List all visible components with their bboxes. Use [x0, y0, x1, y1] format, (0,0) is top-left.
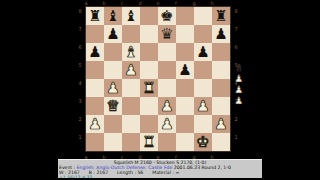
white-pawn-h2: ♟ — [212, 115, 230, 133]
square-c1 — [122, 133, 140, 151]
file-label-top-c: c — [118, 0, 126, 6]
square-c3 — [122, 97, 140, 115]
black-pawn-a6: ♟ — [86, 43, 104, 61]
square-a4 — [86, 79, 104, 97]
rank-label-right-2: 2 — [232, 116, 240, 122]
square-b6 — [104, 43, 122, 61]
captured-white-pawn: ♟ — [233, 84, 245, 95]
eval-link[interactable]: +1.56/12 4:23 — [58, 176, 262, 178]
square-c4 — [122, 79, 140, 97]
rank-label-right-6: 6 — [232, 44, 240, 50]
white-pawn-e3: ♟ — [158, 97, 176, 115]
white-queen-b3: ♛ — [104, 97, 122, 115]
rank-label-left-7: 7 — [76, 26, 84, 32]
rank-label-left-4: 4 — [76, 80, 84, 86]
square-d5 — [140, 61, 158, 79]
square-h7: ♟ — [212, 25, 230, 43]
square-d8 — [140, 7, 158, 25]
rank-label-left-6: 6 — [76, 44, 84, 50]
rank-label-left-3: 3 — [76, 98, 84, 104]
square-a6: ♟ — [86, 43, 104, 61]
square-g7 — [194, 25, 212, 43]
square-h4 — [212, 79, 230, 97]
black-bishop-c8: ♝ — [122, 7, 140, 25]
stat-material: Material : = — [152, 171, 179, 176]
black-rook-h8: ♜ — [212, 7, 230, 25]
square-b8: ♝ — [104, 7, 122, 25]
captured-pieces-tray: ♝♟♟♟ — [233, 62, 245, 106]
square-b1 — [104, 133, 122, 151]
rank-label-right-7: 7 — [232, 26, 240, 32]
left-black-bar — [0, 0, 58, 180]
square-a5 — [86, 61, 104, 79]
square-d1: ♜ — [140, 133, 158, 151]
square-h2: ♟ — [212, 115, 230, 133]
square-e6 — [158, 43, 176, 61]
square-g1: ♚ — [194, 133, 212, 151]
right-black-bar — [262, 0, 320, 180]
rank-label-right-8: 8 — [232, 8, 240, 14]
file-label-top-f: f — [172, 0, 180, 6]
square-a3 — [86, 97, 104, 115]
square-f5: ♟ — [176, 61, 194, 79]
white-pawn-a2: ♟ — [86, 115, 104, 133]
square-c2 — [122, 115, 140, 133]
square-b5 — [104, 61, 122, 79]
square-f4 — [176, 79, 194, 97]
video-frame[interactable]: ♜♝♝♚♜♟♛♟♟♝♟♟♟♟♜♛♟♟♟♟♟♜♚ aabbccddeeffgghh… — [0, 0, 320, 180]
white-bishop-c6: ♝ — [122, 43, 140, 61]
square-d7 — [140, 25, 158, 43]
square-f6 — [176, 43, 194, 61]
square-h8: ♜ — [212, 7, 230, 25]
square-e5 — [158, 61, 176, 79]
black-pawn-g6: ♟ — [194, 43, 212, 61]
square-f2 — [176, 115, 194, 133]
square-d6 — [140, 43, 158, 61]
chess-board: ♜♝♝♚♜♟♛♟♟♝♟♟♟♟♜♛♟♟♟♟♟♜♚ — [86, 7, 230, 151]
square-g4 — [194, 79, 212, 97]
square-f8 — [176, 7, 194, 25]
black-pawn-b7: ♟ — [104, 25, 122, 43]
square-h5 — [212, 61, 230, 79]
white-king-g1: ♚ — [194, 133, 212, 151]
square-e8: ♚ — [158, 7, 176, 25]
square-e4 — [158, 79, 176, 97]
square-g5 — [194, 61, 212, 79]
square-c7 — [122, 25, 140, 43]
square-d3 — [140, 97, 158, 115]
square-e7: ♛ — [158, 25, 176, 43]
black-bishop-b8: ♝ — [104, 7, 122, 25]
rank-label-left-5: 5 — [76, 62, 84, 68]
square-c8: ♝ — [122, 7, 140, 25]
square-f3 — [176, 97, 194, 115]
square-h1 — [212, 133, 230, 151]
file-label-top-d: d — [136, 0, 144, 6]
square-e2: ♟ — [158, 115, 176, 133]
square-e3: ♟ — [158, 97, 176, 115]
file-label-top-g: g — [190, 0, 198, 6]
square-b7: ♟ — [104, 25, 122, 43]
stat-length: Length : 56 — [117, 171, 143, 176]
black-rook-a8: ♜ — [86, 7, 104, 25]
square-h3 — [212, 97, 230, 115]
file-label-top-e: e — [154, 0, 162, 6]
event-details: 2001.06.23 Round 2, 1-0 — [174, 165, 231, 170]
black-king-e8: ♚ — [158, 7, 176, 25]
white-pawn-b4: ♟ — [104, 79, 122, 97]
white-pawn-g3: ♟ — [194, 97, 212, 115]
square-h6 — [212, 43, 230, 61]
square-g3: ♟ — [194, 97, 212, 115]
rank-label-left-2: 2 — [76, 116, 84, 122]
file-label-top-b: b — [100, 0, 108, 6]
captured-black-bishop: ♝ — [233, 62, 245, 73]
game-info-panel: Squelish M 2160 - Stucken S 2170, (1-0) … — [58, 159, 262, 178]
square-a7 — [86, 25, 104, 43]
square-b2 — [104, 115, 122, 133]
square-c6: ♝ — [122, 43, 140, 61]
black-queen-e7: ♛ — [158, 25, 176, 43]
file-label-top-h: h — [208, 0, 216, 6]
square-g2 — [194, 115, 212, 133]
square-f1 — [176, 133, 194, 151]
rank-label-left-1: 1 — [76, 134, 84, 140]
captured-white-pawn: ♟ — [233, 73, 245, 84]
white-rook-d1: ♜ — [140, 133, 158, 151]
square-a1 — [86, 133, 104, 151]
square-b3: ♛ — [104, 97, 122, 115]
square-a2: ♟ — [86, 115, 104, 133]
file-label-top-a: a — [82, 0, 90, 6]
white-pawn-e2: ♟ — [158, 115, 176, 133]
black-pawn-f5: ♟ — [176, 61, 194, 79]
square-a8: ♜ — [86, 7, 104, 25]
square-d4: ♜ — [140, 79, 158, 97]
square-c5: ♟ — [122, 61, 140, 79]
square-g6: ♟ — [194, 43, 212, 61]
captured-white-pawn: ♟ — [233, 95, 245, 106]
rank-label-right-1: 1 — [232, 134, 240, 140]
square-d2 — [140, 115, 158, 133]
square-b4: ♟ — [104, 79, 122, 97]
square-e1 — [158, 133, 176, 151]
square-f7 — [176, 25, 194, 43]
black-pawn-h7: ♟ — [212, 25, 230, 43]
white-pawn-c5: ♟ — [122, 61, 140, 79]
white-rook-d4: ♜ — [140, 79, 158, 97]
square-g8 — [194, 7, 212, 25]
rank-label-left-8: 8 — [76, 8, 84, 14]
